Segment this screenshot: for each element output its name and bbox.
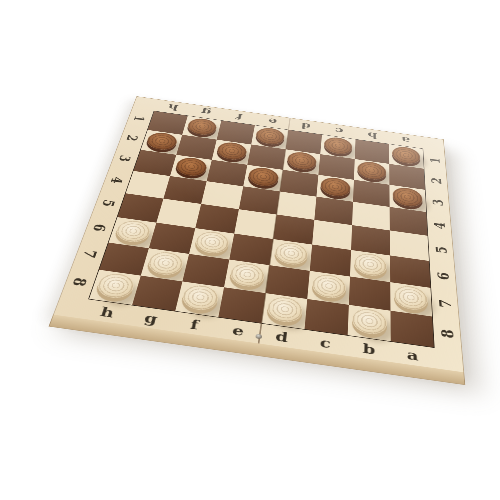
square-a8[interactable]	[390, 311, 433, 348]
square-g8[interactable]	[132, 276, 182, 311]
piece-dark-c1[interactable]	[324, 136, 353, 156]
square-b8[interactable]	[348, 305, 391, 341]
piece-light-b8[interactable]	[352, 306, 387, 336]
piece-dark-g1[interactable]	[186, 117, 218, 136]
piece-dark-b2[interactable]	[357, 160, 386, 181]
piece-light-b6[interactable]	[354, 251, 387, 277]
piece-dark-a3[interactable]	[393, 186, 423, 208]
square-c8[interactable]	[305, 299, 349, 335]
square-e8[interactable]	[218, 287, 265, 323]
product-photo-scene: hgfedcba hgfedcba 12345678 12345678	[0, 0, 500, 500]
piece-light-f8[interactable]	[180, 283, 220, 312]
piece-light-d6[interactable]	[274, 240, 309, 266]
piece-light-a7[interactable]	[394, 284, 428, 312]
piece-dark-g3[interactable]	[174, 156, 208, 178]
square-f8[interactable]	[175, 281, 224, 317]
piece-dark-a1[interactable]	[392, 145, 420, 165]
piece-light-c7[interactable]	[311, 272, 346, 300]
piece-light-e7[interactable]	[228, 261, 265, 289]
piece-dark-e1[interactable]	[255, 126, 286, 146]
square-d8[interactable]	[261, 293, 307, 329]
piece-dark-e3[interactable]	[247, 166, 279, 188]
piece-dark-h2[interactable]	[145, 131, 179, 151]
piece-light-h6[interactable]	[113, 219, 152, 244]
checkers-board: hgfedcba hgfedcba 12345678 12345678	[53, 96, 464, 373]
piece-light-d8[interactable]	[266, 295, 304, 324]
piece-dark-f2[interactable]	[216, 141, 248, 162]
piece-light-f6[interactable]	[194, 229, 231, 255]
piece-dark-c3[interactable]	[320, 176, 351, 198]
piece-light-h8[interactable]	[94, 271, 136, 300]
piece-dark-d2[interactable]	[286, 150, 317, 171]
piece-light-g7[interactable]	[146, 250, 186, 277]
